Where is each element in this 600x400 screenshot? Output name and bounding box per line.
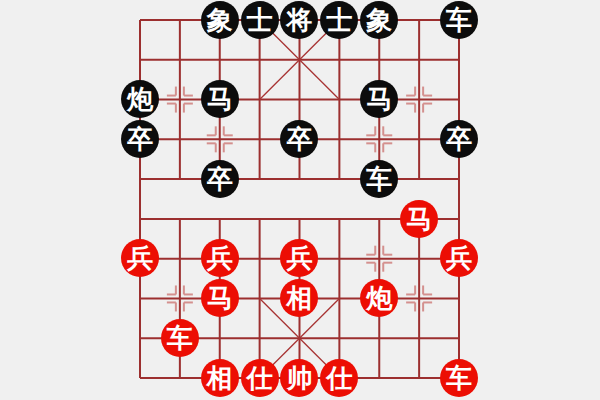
piece-black-elephant[interactable]: 象 [360,1,398,39]
piece-red-horse[interactable]: 马 [400,200,438,238]
piece-black-horse[interactable]: 马 [201,80,239,118]
piece-black-cannon[interactable]: 炮 [121,80,159,118]
piece-black-chariot[interactable]: 车 [360,160,398,198]
pieces-layer: 象士将士象车炮马马卒卒卒卒车马兵兵兵兵马相炮车相仕帅仕车 [120,0,479,398]
piece-red-elephant[interactable]: 相 [201,359,239,397]
piece-black-elephant[interactable]: 象 [201,1,239,39]
piece-black-horse[interactable]: 马 [360,80,398,118]
piece-black-soldier[interactable]: 卒 [280,120,318,158]
piece-red-soldier[interactable]: 兵 [280,239,318,277]
piece-red-soldier[interactable]: 兵 [440,239,478,277]
piece-red-horse[interactable]: 马 [201,279,239,317]
piece-red-soldier[interactable]: 兵 [201,239,239,277]
piece-black-advisor[interactable]: 士 [241,1,279,39]
piece-red-general[interactable]: 帅 [280,359,318,397]
piece-black-soldier[interactable]: 卒 [440,120,478,158]
piece-black-advisor[interactable]: 士 [320,1,358,39]
xiangqi-board: 象士将士象车炮马马卒卒卒卒车马兵兵兵兵马相炮车相仕帅仕车 [0,0,600,400]
piece-red-advisor[interactable]: 仕 [241,359,279,397]
piece-black-chariot[interactable]: 车 [440,1,478,39]
piece-black-soldier[interactable]: 卒 [121,120,159,158]
piece-black-general[interactable]: 将 [280,1,318,39]
piece-red-advisor[interactable]: 仕 [320,359,358,397]
piece-red-elephant[interactable]: 相 [280,279,318,317]
piece-black-soldier[interactable]: 卒 [201,160,239,198]
piece-red-soldier[interactable]: 兵 [121,239,159,277]
piece-red-chariot[interactable]: 车 [440,359,478,397]
piece-red-cannon[interactable]: 炮 [360,279,398,317]
piece-red-chariot[interactable]: 车 [161,319,199,357]
